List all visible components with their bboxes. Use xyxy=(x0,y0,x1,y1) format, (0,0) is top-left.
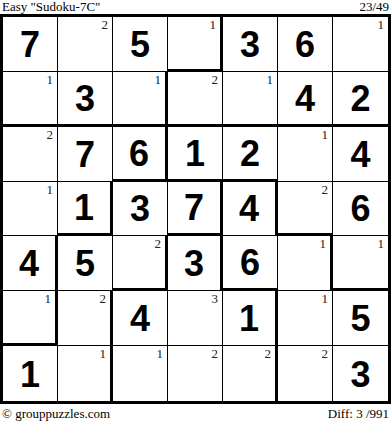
cell-r5c6[interactable]: 1 xyxy=(278,236,333,291)
cell-r5c5[interactable]: 6 xyxy=(223,236,278,291)
pencil-mark: 1 xyxy=(210,18,217,31)
cell-r6c7[interactable]: 5 xyxy=(333,291,388,346)
cell-r4c7[interactable]: 6 xyxy=(333,182,388,237)
cell-r6c2[interactable]: 2 xyxy=(58,291,113,346)
cell-r6c6[interactable]: 1 xyxy=(278,291,333,346)
given-digit: 4 xyxy=(295,81,315,117)
cell-r5c7[interactable]: 1 xyxy=(333,236,388,291)
cell-r1c2[interactable]: 2 xyxy=(58,17,113,72)
cell-r3c4[interactable]: 1 xyxy=(168,127,223,182)
pencil-mark: 2 xyxy=(322,347,329,360)
pencil-mark: 2 xyxy=(265,347,272,360)
cell-r1c1[interactable]: 7 xyxy=(3,17,58,72)
given-digit: 7 xyxy=(20,27,40,63)
given-digit: 7 xyxy=(184,190,204,226)
cell-r7c4[interactable]: 2 xyxy=(168,346,223,401)
cell-r2c2[interactable]: 3 xyxy=(58,72,113,127)
pencil-mark: 1 xyxy=(47,183,54,196)
given-digit: 6 xyxy=(295,27,315,63)
cell-r7c5[interactable]: 2 xyxy=(223,346,278,401)
pencil-mark: 2 xyxy=(212,73,219,86)
given-digit: 4 xyxy=(239,191,259,227)
given-digit: 3 xyxy=(350,357,370,393)
cell-r2c3[interactable]: 1 xyxy=(113,72,168,127)
cell-r2c4[interactable]: 2 xyxy=(168,72,223,127)
cell-r1c3[interactable]: 5 xyxy=(113,17,168,72)
pencil-mark: 2 xyxy=(100,292,107,305)
given-digit: 1 xyxy=(20,357,40,393)
given-digit: 5 xyxy=(130,27,150,63)
given-digit: 3 xyxy=(184,246,204,282)
cell-r1c5[interactable]: 3 xyxy=(223,17,278,72)
given-digit: 3 xyxy=(240,27,260,63)
pencil-mark: 2 xyxy=(212,347,219,360)
cell-r4c2[interactable]: 1 xyxy=(58,182,113,237)
cell-r7c2[interactable]: 1 xyxy=(58,346,113,401)
cell-r7c6[interactable]: 2 xyxy=(278,346,333,401)
pencil-mark: 1 xyxy=(267,73,274,86)
cell-r3c2[interactable]: 7 xyxy=(58,127,113,182)
given-digit: 7 xyxy=(75,137,95,173)
cell-r6c3[interactable]: 4 xyxy=(113,291,168,346)
cell-r6c1[interactable]: 1 xyxy=(3,291,58,346)
pencil-mark: 1 xyxy=(100,347,107,360)
given-digit: 4 xyxy=(130,301,150,337)
cell-r1c4[interactable]: 1 xyxy=(168,17,223,72)
cell-r3c6[interactable]: 1 xyxy=(278,127,333,182)
puzzle-counter: 23/49 xyxy=(359,0,389,13)
cell-r5c4[interactable]: 3 xyxy=(168,236,223,291)
copyright-text: © grouppuzzles.com xyxy=(2,406,110,422)
cell-r4c5[interactable]: 4 xyxy=(223,182,278,237)
cell-r2c5[interactable]: 1 xyxy=(223,72,278,127)
given-digit: 6 xyxy=(240,245,260,281)
given-digit: 6 xyxy=(129,136,149,172)
cell-r4c3[interactable]: 3 xyxy=(113,182,168,237)
cell-r5c2[interactable]: 5 xyxy=(58,236,113,291)
cell-r3c1[interactable]: 2 xyxy=(3,127,58,182)
sudoku-board: 7251361131214227612141137426452361112431… xyxy=(0,14,391,404)
cell-r6c5[interactable]: 1 xyxy=(223,291,278,346)
cell-r4c6[interactable]: 2 xyxy=(278,182,333,237)
pencil-mark: 1 xyxy=(320,237,327,250)
footer: © grouppuzzles.com Diff: 3 /991 xyxy=(0,404,391,426)
given-digit: 5 xyxy=(75,246,95,282)
given-digit: 1 xyxy=(239,301,259,337)
pencil-mark: 1 xyxy=(47,73,54,86)
pencil-mark: 2 xyxy=(47,128,54,141)
pencil-mark: 1 xyxy=(378,18,385,31)
difficulty-text: Diff: 3 /991 xyxy=(328,406,389,422)
cell-r3c3[interactable]: 6 xyxy=(113,127,168,182)
given-digit: 2 xyxy=(350,81,370,117)
given-digit: 2 xyxy=(240,136,260,172)
given-digit: 1 xyxy=(74,190,94,226)
puzzle-page: Easy "Sudoku-7C" 23/49 72513611312142276… xyxy=(0,0,391,426)
cell-r2c7[interactable]: 2 xyxy=(333,72,388,127)
given-digit: 4 xyxy=(350,137,370,173)
cell-r5c1[interactable]: 4 xyxy=(3,236,58,291)
cell-r2c1[interactable]: 1 xyxy=(3,72,58,127)
pencil-mark: 2 xyxy=(155,237,162,250)
pencil-mark: 1 xyxy=(322,128,329,141)
pencil-mark: 1 xyxy=(45,292,52,305)
pencil-mark: 3 xyxy=(212,292,219,305)
given-digit: 3 xyxy=(130,191,150,227)
cell-r3c7[interactable]: 4 xyxy=(333,127,388,182)
cell-r6c4[interactable]: 3 xyxy=(168,291,223,346)
pencil-mark: 1 xyxy=(378,237,385,250)
cell-r5c3[interactable]: 2 xyxy=(113,236,168,291)
pencil-mark: 1 xyxy=(155,73,162,86)
given-digit: 1 xyxy=(185,136,205,172)
cell-r7c3[interactable]: 1 xyxy=(113,346,168,401)
given-digit: 3 xyxy=(75,81,95,117)
cell-r7c7[interactable]: 3 xyxy=(333,346,388,401)
given-digit: 5 xyxy=(350,301,370,337)
pencil-mark: 1 xyxy=(157,347,164,360)
cell-r1c6[interactable]: 6 xyxy=(278,17,333,72)
pencil-mark: 2 xyxy=(322,183,329,196)
pencil-mark: 1 xyxy=(322,292,329,305)
cell-r4c4[interactable]: 7 xyxy=(168,182,223,237)
cell-r1c7[interactable]: 1 xyxy=(333,17,388,72)
cell-r2c6[interactable]: 4 xyxy=(278,72,333,127)
puzzle-title: Easy "Sudoku-7C" xyxy=(2,0,100,13)
header: Easy "Sudoku-7C" 23/49 xyxy=(0,0,391,14)
cell-r3c5[interactable]: 2 xyxy=(223,127,278,182)
given-digit: 4 xyxy=(19,246,39,282)
cell-r7c1[interactable]: 1 xyxy=(3,346,58,401)
cell-r4c1[interactable]: 1 xyxy=(3,182,58,237)
given-digit: 6 xyxy=(350,191,370,227)
pencil-mark: 2 xyxy=(102,18,109,31)
